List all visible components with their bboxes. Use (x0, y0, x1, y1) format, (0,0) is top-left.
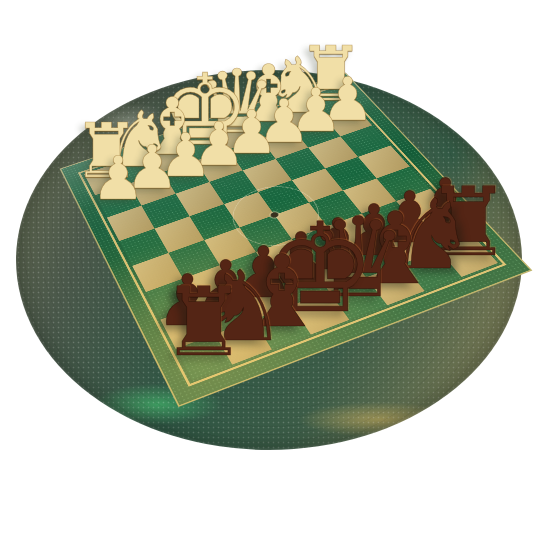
photo-canvas: ♜♞♝♛♚♝♞♜♟♟♟♟♟♟♟♟♟♟♟♟♟♟♟♟♜♞♝♛♚♝♞♜ (0, 0, 533, 533)
piece-white-pawn-h2[interactable]: ♟ (91, 149, 145, 209)
piece-black-rook-h8[interactable]: ♜ (161, 275, 246, 370)
